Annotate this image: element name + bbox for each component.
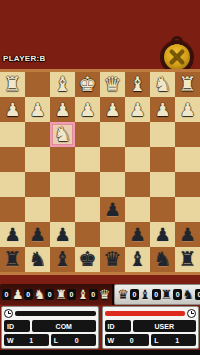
square-g3[interactable] <box>25 122 50 147</box>
white-bishop: ♝ <box>129 72 147 97</box>
loss-count: 1 <box>159 337 196 344</box>
win-count: 1 <box>14 337 49 344</box>
capture-counter-rook: ♜0 <box>161 287 183 302</box>
captured-pieces-bar: 0♟0♞0♜0♝0♛ ♛0♝0♜0♞0♟1 <box>0 284 200 305</box>
com-id-label: ID <box>4 320 30 332</box>
square-f6[interactable] <box>50 197 75 222</box>
square-d5[interactable] <box>100 172 125 197</box>
square-e2[interactable]: ♟ <box>75 97 100 122</box>
square-c7[interactable]: ♟ <box>125 222 150 247</box>
square-b3[interactable] <box>150 122 175 147</box>
square-f7[interactable]: ♟ <box>50 222 75 247</box>
capture-counter-queen: 0♛ <box>89 287 111 302</box>
black-rook-icon: ♜ <box>161 287 173 302</box>
square-c1[interactable]: ♝ <box>125 72 150 97</box>
square-g1[interactable] <box>25 72 50 97</box>
white-pawn: ♟ <box>154 97 170 122</box>
com-timer-bar <box>15 311 96 316</box>
player-label: PLAYER:B <box>3 54 46 63</box>
black-pawn: ♟ <box>104 197 120 222</box>
black-rook: ♜ <box>4 247 22 272</box>
square-h2[interactable]: ♟ <box>0 97 25 122</box>
square-b5[interactable] <box>150 172 175 197</box>
clock-icon <box>187 309 196 318</box>
user-name: USER <box>133 320 197 332</box>
white-knight: ♞ <box>154 72 172 97</box>
square-c6[interactable] <box>125 197 150 222</box>
square-d2[interactable]: ♟ <box>100 97 125 122</box>
white-bishop: ♝ <box>54 72 72 97</box>
square-a3[interactable] <box>175 122 200 147</box>
square-b1[interactable]: ♞ <box>150 72 175 97</box>
black-knight-icon: ♞ <box>182 287 194 302</box>
square-a1[interactable]: ♜ <box>175 72 200 97</box>
capture-count: 0 <box>130 289 139 300</box>
square-h4[interactable] <box>0 147 25 172</box>
square-h5[interactable] <box>0 172 25 197</box>
square-a8[interactable]: ♜ <box>175 247 200 272</box>
loss-count: 0 <box>58 337 95 344</box>
white-pawn: ♟ <box>54 97 70 122</box>
square-a2[interactable]: ♟ <box>175 97 200 122</box>
captures-black-tray: ♛0♝0♜0♞0♟1 <box>114 284 200 305</box>
square-e4[interactable] <box>75 147 100 172</box>
black-bishop: ♝ <box>54 247 72 272</box>
capture-counter-rook: 0♜ <box>45 287 67 302</box>
clock-icon <box>4 309 13 318</box>
black-pawn: ♟ <box>54 222 70 247</box>
white-knight-icon: ♞ <box>34 287 46 302</box>
black-king: ♚ <box>79 247 97 272</box>
user-losses: L 1 <box>151 334 196 346</box>
com-panel: ID COM W 1 L 0 <box>1 306 99 349</box>
square-g6[interactable] <box>25 197 50 222</box>
square-f4[interactable] <box>50 147 75 172</box>
user-timer-bar <box>105 311 186 316</box>
square-e1[interactable]: ♚ <box>75 72 100 97</box>
black-pawn: ♟ <box>29 222 45 247</box>
white-king: ♚ <box>79 72 97 97</box>
black-knight: ♞ <box>29 247 47 272</box>
capture-counter-bishop: ♝0 <box>139 287 161 302</box>
capture-counter-knight: ♞0 <box>182 287 200 302</box>
capture-count: 0 <box>195 289 200 300</box>
bottom-bar <box>0 350 200 355</box>
chess-board: ♜♝♚♛♝♞♜♟♟♟♟♟♟♟♟♞♟♟♟♟♟♟♟♜♞♝♚♛♝♞♜ <box>0 72 200 272</box>
white-rook: ♜ <box>179 72 197 97</box>
white-pawn: ♟ <box>104 97 120 122</box>
black-pawn: ♟ <box>4 222 20 247</box>
black-knight: ♞ <box>154 247 172 272</box>
white-pawn: ♟ <box>129 97 145 122</box>
square-d8[interactable]: ♛ <box>100 247 125 272</box>
user-wins: W 0 <box>105 334 150 346</box>
white-pawn: ♟ <box>4 97 20 122</box>
square-b8[interactable]: ♞ <box>150 247 175 272</box>
white-queen: ♛ <box>104 72 122 97</box>
capture-counter-knight: 0♞ <box>24 287 46 302</box>
square-b6[interactable] <box>150 197 175 222</box>
square-g4[interactable] <box>25 147 50 172</box>
square-d6[interactable]: ♟ <box>100 197 125 222</box>
square-f8[interactable]: ♝ <box>50 247 75 272</box>
square-e3[interactable] <box>75 122 100 147</box>
square-a4[interactable] <box>175 147 200 172</box>
capture-count: 0 <box>2 289 11 300</box>
capture-count: 0 <box>173 289 182 300</box>
com-losses: L 0 <box>51 334 96 346</box>
square-h7[interactable]: ♟ <box>0 222 25 247</box>
square-a5[interactable] <box>175 172 200 197</box>
black-pawn: ♟ <box>179 222 195 247</box>
square-d1[interactable]: ♛ <box>100 72 125 97</box>
square-e8[interactable]: ♚ <box>75 247 100 272</box>
square-g8[interactable]: ♞ <box>25 247 50 272</box>
black-queen: ♛ <box>104 247 122 272</box>
square-g7[interactable]: ♟ <box>25 222 50 247</box>
capture-count: 0 <box>67 289 76 300</box>
square-b2[interactable]: ♟ <box>150 97 175 122</box>
win-label: W <box>4 337 14 344</box>
square-d7[interactable] <box>100 222 125 247</box>
win-label: W <box>105 337 115 344</box>
square-c5[interactable] <box>125 172 150 197</box>
square-h8[interactable]: ♜ <box>0 247 25 272</box>
black-pawn: ♟ <box>154 222 170 247</box>
capture-count: 0 <box>152 289 161 300</box>
square-d3[interactable] <box>100 122 125 147</box>
loss-label: L <box>151 337 158 344</box>
square-c4[interactable] <box>125 147 150 172</box>
medallion-loop <box>171 36 183 45</box>
square-c8[interactable]: ♝ <box>125 247 150 272</box>
square-b4[interactable] <box>150 147 175 172</box>
white-pawn-icon: ♟ <box>12 287 24 302</box>
black-bishop: ♝ <box>129 247 147 272</box>
black-pawn: ♟ <box>129 222 145 247</box>
white-rook: ♜ <box>4 72 22 97</box>
white-pawn: ♟ <box>179 97 195 122</box>
capture-counter-bishop: 0♝ <box>67 287 89 302</box>
square-c3[interactable] <box>125 122 150 147</box>
black-rook: ♜ <box>179 247 197 272</box>
capture-count: 0 <box>24 289 33 300</box>
white-knight: ♞ <box>54 122 72 147</box>
square-g5[interactable] <box>25 172 50 197</box>
black-queen-icon: ♛ <box>117 287 129 302</box>
square-e6[interactable] <box>75 197 100 222</box>
loss-label: L <box>51 337 58 344</box>
square-a7[interactable]: ♟ <box>175 222 200 247</box>
square-g2[interactable]: ♟ <box>25 97 50 122</box>
square-e5[interactable] <box>75 172 100 197</box>
square-c2[interactable]: ♟ <box>125 97 150 122</box>
square-a6[interactable] <box>175 197 200 222</box>
board-frame: ♜♝♚♛♝♞♜♟♟♟♟♟♟♟♟♞♟♟♟♟♟♟♟♜♞♝♚♛♝♞♜ <box>0 69 200 275</box>
com-name: COM <box>32 320 96 332</box>
white-bishop-icon: ♝ <box>77 287 89 302</box>
captures-white-tray: 0♟0♞0♜0♝0♛ <box>0 284 114 305</box>
black-bishop-icon: ♝ <box>139 287 151 302</box>
user-panel: ID USER W 0 L 1 <box>102 306 200 349</box>
square-f5[interactable] <box>50 172 75 197</box>
user-id-label: ID <box>105 320 131 332</box>
square-h1[interactable]: ♜ <box>0 72 25 97</box>
square-d4[interactable] <box>100 147 125 172</box>
capture-counter-queen: ♛0 <box>117 287 139 302</box>
capture-counter-pawn: 0♟ <box>2 287 24 302</box>
white-pawn: ♟ <box>29 97 45 122</box>
white-pawn: ♟ <box>79 97 95 122</box>
square-h6[interactable] <box>0 197 25 222</box>
capture-count: 0 <box>89 289 98 300</box>
square-e7[interactable] <box>75 222 100 247</box>
square-h3[interactable] <box>0 122 25 147</box>
white-queen-icon: ♛ <box>99 287 111 302</box>
square-f2[interactable]: ♟ <box>50 97 75 122</box>
square-b7[interactable]: ♟ <box>150 222 175 247</box>
win-count: 0 <box>114 337 149 344</box>
capture-count: 0 <box>45 289 54 300</box>
com-wins: W 1 <box>4 334 49 346</box>
player-panels: ID COM W 1 L 0 ID USER <box>0 306 200 349</box>
square-f3[interactable]: ♞ <box>50 122 75 147</box>
chess-app: PLAYER:B ♜♝♚♛♝♞♜♟♟♟♟♟♟♟♟♞♟♟♟♟♟♟♟♜♞♝♚♛♝♞♜… <box>0 0 200 355</box>
square-f1[interactable]: ♝ <box>50 72 75 97</box>
white-rook-icon: ♜ <box>55 287 67 302</box>
